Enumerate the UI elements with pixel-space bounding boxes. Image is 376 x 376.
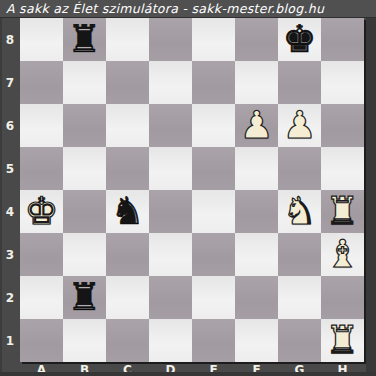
- square-e4: [192, 190, 235, 233]
- square-c4: ♞: [106, 190, 149, 233]
- square-d2: [149, 276, 192, 319]
- white-pawn-piece: ♟: [235, 104, 278, 147]
- square-a8: [20, 18, 63, 61]
- rank-label-2: 2: [0, 276, 20, 319]
- black-rook-piece: ♜: [63, 18, 106, 61]
- square-h5: [321, 147, 364, 190]
- square-e8: [192, 18, 235, 61]
- right-edge-shade: [366, 18, 376, 376]
- square-d6: [149, 104, 192, 147]
- square-a5: [20, 147, 63, 190]
- square-e3: [192, 233, 235, 276]
- square-g1: [278, 319, 321, 362]
- square-a3: [20, 233, 63, 276]
- rank-label-8: 8: [0, 18, 20, 61]
- square-c3: [106, 233, 149, 276]
- white-knight-piece: ♞: [278, 190, 321, 233]
- square-f1: [235, 319, 278, 362]
- white-pawn-piece: ♟: [278, 104, 321, 147]
- white-rook-piece: ♜: [321, 319, 364, 362]
- rank-label-4: 4: [0, 190, 20, 233]
- page-title: A sakk az Élet szimulátora - sakk-mester…: [6, 1, 324, 16]
- square-a6: [20, 104, 63, 147]
- square-b4: [63, 190, 106, 233]
- square-g6: ♟: [278, 104, 321, 147]
- square-f2: [235, 276, 278, 319]
- square-a2: [20, 276, 63, 319]
- square-h3: ♝: [321, 233, 364, 276]
- square-g2: [278, 276, 321, 319]
- square-h4: ♜: [321, 190, 364, 233]
- square-e5: [192, 147, 235, 190]
- black-rook-piece: ♜: [63, 276, 106, 319]
- square-g4: ♞: [278, 190, 321, 233]
- white-bishop-piece: ♝: [321, 233, 364, 276]
- square-b7: [63, 61, 106, 104]
- square-b1: [63, 319, 106, 362]
- chess-board: ♜♚♟♟♚♞♞♜♝♜♜: [20, 18, 364, 362]
- square-a7: [20, 61, 63, 104]
- rank-label-5: 5: [0, 147, 20, 190]
- square-h8: [321, 18, 364, 61]
- square-f7: [235, 61, 278, 104]
- square-c7: [106, 61, 149, 104]
- square-b5: [63, 147, 106, 190]
- square-c6: [106, 104, 149, 147]
- square-d4: [149, 190, 192, 233]
- black-knight-piece: ♞: [106, 190, 149, 233]
- white-king-piece: ♚: [20, 190, 63, 233]
- square-f4: [235, 190, 278, 233]
- square-e1: [192, 319, 235, 362]
- chess-diagram: A sakk az Élet szimulátora - sakk-mester…: [0, 0, 376, 376]
- bottom-edge-shade: [0, 372, 376, 376]
- square-c8: [106, 18, 149, 61]
- square-d1: [149, 319, 192, 362]
- square-g3: [278, 233, 321, 276]
- square-d8: [149, 18, 192, 61]
- rank-label-3: 3: [0, 233, 20, 276]
- square-e2: [192, 276, 235, 319]
- square-d7: [149, 61, 192, 104]
- rank-labels: 87654321: [0, 18, 20, 362]
- square-h1: ♜: [321, 319, 364, 362]
- square-f8: [235, 18, 278, 61]
- square-f5: [235, 147, 278, 190]
- square-c1: [106, 319, 149, 362]
- square-b3: [63, 233, 106, 276]
- square-a1: [20, 319, 63, 362]
- square-g7: [278, 61, 321, 104]
- square-b6: [63, 104, 106, 147]
- rank-label-6: 6: [0, 104, 20, 147]
- square-e6: [192, 104, 235, 147]
- square-e7: [192, 61, 235, 104]
- square-g5: [278, 147, 321, 190]
- square-c5: [106, 147, 149, 190]
- square-f3: [235, 233, 278, 276]
- square-d5: [149, 147, 192, 190]
- square-d3: [149, 233, 192, 276]
- square-h6: [321, 104, 364, 147]
- title-bar: A sakk az Élet szimulátora - sakk-mester…: [0, 0, 376, 18]
- square-h2: [321, 276, 364, 319]
- square-a4: ♚: [20, 190, 63, 233]
- square-b8: ♜: [63, 18, 106, 61]
- rank-label-7: 7: [0, 61, 20, 104]
- black-king-piece: ♚: [278, 18, 321, 61]
- square-h7: [321, 61, 364, 104]
- square-g8: ♚: [278, 18, 321, 61]
- square-b2: ♜: [63, 276, 106, 319]
- square-f6: ♟: [235, 104, 278, 147]
- square-c2: [106, 276, 149, 319]
- white-rook-piece: ♜: [321, 190, 364, 233]
- rank-label-1: 1: [0, 319, 20, 362]
